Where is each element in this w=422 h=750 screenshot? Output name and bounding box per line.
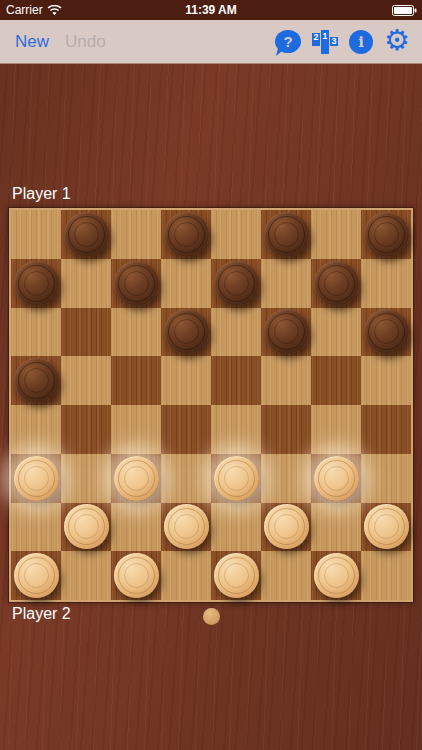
square-r7c5[interactable]	[261, 551, 311, 600]
square-r3c4[interactable]	[211, 356, 261, 405]
dark-checker-piece[interactable]	[364, 309, 409, 354]
new-game-button[interactable]: New	[15, 32, 49, 52]
square-r7c1[interactable]	[61, 551, 111, 600]
square-r6c1[interactable]	[61, 503, 111, 552]
square-r4c5[interactable]	[261, 405, 311, 454]
status-bar: Carrier 11:39 AM	[0, 0, 422, 20]
player1-label: Player 1	[12, 185, 71, 203]
square-r2c3[interactable]	[161, 308, 211, 357]
clock: 11:39 AM	[0, 3, 422, 17]
player2-label: Player 2	[12, 605, 71, 623]
square-r1c3[interactable]	[161, 259, 211, 308]
square-r4c6[interactable]	[311, 405, 361, 454]
square-r6c7[interactable]	[361, 503, 411, 552]
square-r4c4[interactable]	[211, 405, 261, 454]
square-r1c2[interactable]	[111, 259, 161, 308]
square-r7c4[interactable]	[211, 551, 261, 600]
checkers-board	[8, 207, 414, 603]
square-r7c0[interactable]	[11, 551, 61, 600]
square-r6c3[interactable]	[161, 503, 211, 552]
square-r3c3[interactable]	[161, 356, 211, 405]
light-checker-piece[interactable]	[364, 504, 409, 549]
square-r1c0[interactable]	[11, 259, 61, 308]
square-r6c5[interactable]	[261, 503, 311, 552]
square-r1c5[interactable]	[261, 259, 311, 308]
square-r7c3[interactable]	[161, 551, 211, 600]
square-r6c6[interactable]	[311, 503, 361, 552]
square-r0c3[interactable]	[161, 210, 211, 259]
square-r4c1[interactable]	[61, 405, 111, 454]
square-r0c4[interactable]	[211, 210, 261, 259]
light-checker-piece[interactable]	[214, 456, 259, 501]
turn-indicator-dot	[203, 608, 220, 625]
dark-checker-piece[interactable]	[164, 309, 209, 354]
square-r2c6[interactable]	[311, 308, 361, 357]
square-r4c0[interactable]	[11, 405, 61, 454]
square-r2c7[interactable]	[361, 308, 411, 357]
square-r5c1[interactable]	[61, 454, 111, 503]
podium-third-label: 3	[330, 37, 338, 46]
square-r6c4[interactable]	[211, 503, 261, 552]
settings-gear-icon[interactable]: ⚙	[384, 28, 410, 55]
square-r1c4[interactable]	[211, 259, 261, 308]
light-checker-piece[interactable]	[14, 553, 59, 598]
square-r3c7[interactable]	[361, 356, 411, 405]
square-r7c6[interactable]	[311, 551, 361, 600]
square-r1c7[interactable]	[361, 259, 411, 308]
dark-checker-piece[interactable]	[14, 358, 59, 403]
square-r0c1[interactable]	[61, 210, 111, 259]
square-r5c3[interactable]	[161, 454, 211, 503]
dark-checker-piece[interactable]	[14, 261, 59, 306]
dark-checker-piece[interactable]	[214, 261, 259, 306]
help-icon[interactable]: ?	[275, 30, 301, 53]
square-r7c7[interactable]	[361, 551, 411, 600]
square-r5c2[interactable]	[111, 454, 161, 503]
square-r6c0[interactable]	[11, 503, 61, 552]
square-r4c3[interactable]	[161, 405, 211, 454]
leaderboard-icon[interactable]: 2 1 3	[312, 30, 338, 54]
dark-checker-piece[interactable]	[264, 309, 309, 354]
info-icon[interactable]: i	[349, 30, 373, 54]
undo-button[interactable]: Undo	[65, 32, 106, 52]
podium-second-label: 2	[312, 33, 320, 42]
square-r4c2[interactable]	[111, 405, 161, 454]
square-r3c0[interactable]	[11, 356, 61, 405]
light-checker-piece[interactable]	[114, 553, 159, 598]
light-checker-piece[interactable]	[164, 504, 209, 549]
square-r0c2[interactable]	[111, 210, 161, 259]
dark-checker-piece[interactable]	[314, 261, 359, 306]
square-r7c2[interactable]	[111, 551, 161, 600]
dark-checker-piece[interactable]	[264, 212, 309, 257]
light-checker-piece[interactable]	[314, 456, 359, 501]
square-r2c5[interactable]	[261, 308, 311, 357]
dark-checker-piece[interactable]	[164, 212, 209, 257]
light-checker-piece[interactable]	[114, 456, 159, 501]
square-r5c7[interactable]	[361, 454, 411, 503]
square-r2c2[interactable]	[111, 308, 161, 357]
dark-checker-piece[interactable]	[64, 212, 109, 257]
light-checker-piece[interactable]	[314, 553, 359, 598]
square-r3c2[interactable]	[111, 356, 161, 405]
dark-checker-piece[interactable]	[114, 261, 159, 306]
podium-first-label: 1	[321, 32, 329, 41]
square-r0c5[interactable]	[261, 210, 311, 259]
square-r5c4[interactable]	[211, 454, 261, 503]
square-r0c7[interactable]	[361, 210, 411, 259]
square-r2c4[interactable]	[211, 308, 261, 357]
square-r4c7[interactable]	[361, 405, 411, 454]
square-r3c5[interactable]	[261, 356, 311, 405]
light-checker-piece[interactable]	[14, 456, 59, 501]
square-r1c6[interactable]	[311, 259, 361, 308]
light-checker-piece[interactable]	[64, 504, 109, 549]
square-r2c0[interactable]	[11, 308, 61, 357]
board-grid	[11, 210, 411, 600]
light-checker-piece[interactable]	[264, 504, 309, 549]
square-r0c0[interactable]	[11, 210, 61, 259]
app-screen: Carrier 11:39 AM New Undo ? 2 1 3	[0, 0, 422, 750]
square-r1c1[interactable]	[61, 259, 111, 308]
square-r0c6[interactable]	[311, 210, 361, 259]
toolbar: New Undo ? 2 1 3 i ⚙	[0, 20, 422, 64]
dark-checker-piece[interactable]	[364, 212, 409, 257]
square-r5c6[interactable]	[311, 454, 361, 503]
square-r5c5[interactable]	[261, 454, 311, 503]
square-r5c0[interactable]	[11, 454, 61, 503]
square-r3c1[interactable]	[61, 356, 111, 405]
light-checker-piece[interactable]	[214, 553, 259, 598]
square-r2c1[interactable]	[61, 308, 111, 357]
square-r6c2[interactable]	[111, 503, 161, 552]
square-r3c6[interactable]	[311, 356, 361, 405]
